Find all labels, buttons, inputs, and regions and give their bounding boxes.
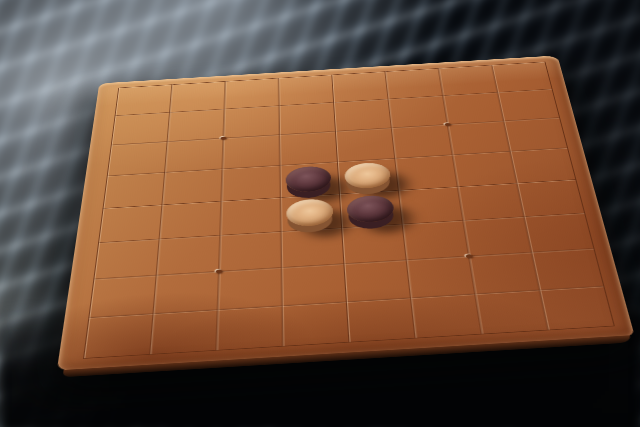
board-cell[interactable] [331,71,387,102]
board-cell[interactable] [447,121,509,155]
board-cell[interactable] [223,106,279,138]
board-cell[interactable] [167,109,224,142]
board-cell[interactable] [339,190,402,228]
board-cell[interactable] [169,81,225,112]
board-cell[interactable] [341,224,406,264]
board-cell[interactable] [394,155,457,191]
board-cell[interactable] [83,313,153,358]
disc-dark[interactable] [286,165,332,193]
board-cell[interactable] [278,75,333,106]
board-cell[interactable] [222,135,280,169]
board-cell[interactable] [281,264,346,306]
board-cell[interactable] [516,179,584,216]
board-cell[interactable] [457,183,523,220]
board-cell[interactable] [278,102,334,134]
board-cell[interactable] [337,158,398,194]
board-cell[interactable] [220,197,281,235]
board-cell[interactable] [115,84,172,115]
board-cell[interactable] [333,99,391,131]
leather-othello-board [57,55,635,371]
board-cell[interactable] [162,169,222,205]
board-cell[interactable] [221,165,280,201]
disc-light[interactable] [287,198,335,227]
board-cell[interactable] [523,213,593,252]
board-cell[interactable] [281,302,348,346]
board-cell[interactable] [218,231,280,271]
board-cell[interactable] [156,235,220,275]
board-cell[interactable] [539,286,614,330]
board-grid [83,62,615,359]
board-cell[interactable] [103,172,165,208]
board-cell[interactable] [98,205,162,243]
board-cell[interactable] [335,128,394,162]
board-cell[interactable] [149,309,217,354]
board-cell[interactable] [111,112,169,145]
board-cell[interactable] [216,305,282,350]
board-cell[interactable] [280,194,341,232]
board-cell[interactable] [438,65,497,96]
board-cell[interactable] [224,78,279,109]
board-cell[interactable] [107,141,167,175]
outdoor-table-scene [0,0,640,427]
board-cell[interactable] [442,92,503,124]
board-cell[interactable] [452,151,516,186]
board-cell[interactable] [153,271,219,313]
board-cell[interactable] [159,201,221,239]
board-cell[interactable] [391,124,452,158]
board-cell[interactable] [346,298,415,342]
board-cell[interactable] [503,117,567,151]
board-cell[interactable] [93,239,158,279]
board-cell[interactable] [343,260,410,302]
board-cell[interactable] [531,248,603,289]
board-cell[interactable] [279,162,339,198]
board-cell[interactable] [463,216,531,255]
board-cell[interactable] [410,294,481,338]
board-cell[interactable] [468,252,538,294]
disc-light[interactable] [344,162,391,190]
board-cell[interactable] [88,275,155,317]
board-cell[interactable] [509,148,575,183]
board-cell[interactable] [164,138,223,172]
board-cell[interactable] [497,89,559,121]
board-cell[interactable] [398,186,463,223]
board-cell[interactable] [217,267,281,309]
board-cell[interactable] [474,290,547,334]
board-cell[interactable] [280,228,343,268]
board-cell[interactable] [385,68,443,99]
board-cell[interactable] [388,95,447,127]
board-cell[interactable] [279,131,337,165]
board-cell[interactable] [406,256,475,298]
disc-dark[interactable] [346,194,395,223]
board-cell[interactable] [491,62,551,93]
board-cell[interactable] [402,220,469,259]
